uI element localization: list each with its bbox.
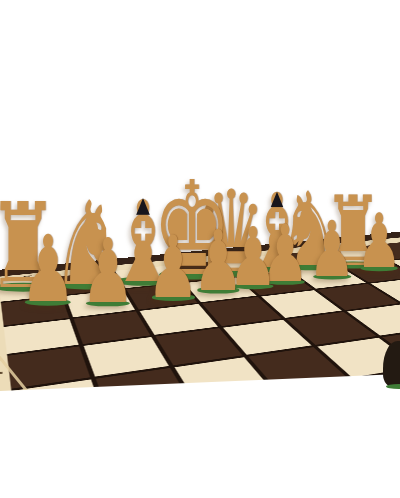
rank-label-text: 4 xyxy=(0,370,4,377)
rank-label-text: 3 xyxy=(0,339,1,344)
rank-label-text: 6 xyxy=(0,456,14,466)
rank-label-7: 7 xyxy=(0,488,32,498)
square-f6 xyxy=(198,393,310,450)
pawn-glyph: ♟ xyxy=(147,224,199,310)
square-h7 xyxy=(23,472,146,498)
square-f7 xyxy=(228,437,358,498)
square-e6 xyxy=(279,380,393,433)
square-e8 xyxy=(367,474,400,498)
pawn-glyph: ♟ xyxy=(20,224,76,316)
rank-label-6: 6 xyxy=(0,433,23,495)
square-g6 xyxy=(111,406,220,468)
product-photo-stage: 12345678 hgfedcba ♜♞♝♛♚♝♞♜♟♟♟♟♟♟♟♟ xyxy=(0,0,400,498)
board-scene: 12345678 hgfedcba ♜♞♝♛♚♝♞♜♟♟♟♟♟♟♟♟ xyxy=(0,0,400,498)
piece-felt xyxy=(386,384,400,389)
piece-white-pawn-h2: ♟ xyxy=(7,224,89,316)
square-h6 xyxy=(17,420,123,487)
square-e7 xyxy=(317,421,400,488)
square-g5 xyxy=(96,368,192,417)
square-g7 xyxy=(130,454,257,498)
rank-label-5: 5 xyxy=(0,390,16,438)
rank-label-text: 5 xyxy=(0,408,8,416)
square-f8 xyxy=(266,494,400,498)
